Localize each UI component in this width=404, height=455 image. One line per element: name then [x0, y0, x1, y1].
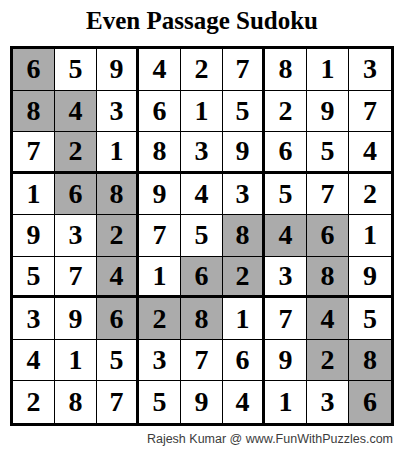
- cell-r7c4[interactable]: 2: [139, 298, 181, 340]
- cell-r8c5[interactable]: 7: [181, 340, 223, 382]
- cell-r5c5[interactable]: 5: [181, 215, 223, 257]
- cell-r2c6[interactable]: 5: [223, 91, 265, 133]
- cell-r7c7[interactable]: 7: [265, 298, 307, 340]
- cell-r8c1[interactable]: 4: [13, 340, 55, 382]
- cell-r1c3[interactable]: 9: [97, 49, 139, 91]
- cell-r4c2[interactable]: 6: [55, 174, 97, 216]
- cell-r4c5[interactable]: 4: [181, 174, 223, 216]
- cell-r2c3[interactable]: 3: [97, 91, 139, 133]
- cell-r6c2[interactable]: 7: [55, 257, 97, 299]
- cell-r1c8[interactable]: 1: [307, 49, 349, 91]
- cell-r7c8[interactable]: 4: [307, 298, 349, 340]
- cell-r5c6[interactable]: 8: [223, 215, 265, 257]
- cell-r4c4[interactable]: 9: [139, 174, 181, 216]
- cell-r7c1[interactable]: 3: [13, 298, 55, 340]
- cell-r2c1[interactable]: 8: [13, 91, 55, 133]
- cell-r2c2[interactable]: 4: [55, 91, 97, 133]
- cell-r1c9[interactable]: 3: [349, 49, 391, 91]
- cell-r7c3[interactable]: 6: [97, 298, 139, 340]
- puzzle-title: Even Passage Sudoku: [0, 4, 404, 38]
- cell-r4c1[interactable]: 1: [13, 174, 55, 216]
- cell-r7c5[interactable]: 8: [181, 298, 223, 340]
- cell-r3c9[interactable]: 4: [349, 132, 391, 174]
- cell-r1c1[interactable]: 6: [13, 49, 55, 91]
- cell-r5c9[interactable]: 1: [349, 215, 391, 257]
- cell-r6c9[interactable]: 9: [349, 257, 391, 299]
- cell-r7c9[interactable]: 5: [349, 298, 391, 340]
- cell-r1c6[interactable]: 7: [223, 49, 265, 91]
- cell-r4c6[interactable]: 3: [223, 174, 265, 216]
- cell-r6c1[interactable]: 5: [13, 257, 55, 299]
- cell-r3c8[interactable]: 5: [307, 132, 349, 174]
- cell-r4c7[interactable]: 5: [265, 174, 307, 216]
- cell-r9c4[interactable]: 5: [139, 381, 181, 423]
- cell-r1c5[interactable]: 2: [181, 49, 223, 91]
- cell-r2c8[interactable]: 9: [307, 91, 349, 133]
- cell-r2c9[interactable]: 7: [349, 91, 391, 133]
- cell-r7c6[interactable]: 1: [223, 298, 265, 340]
- cell-r1c2[interactable]: 5: [55, 49, 97, 91]
- cell-r1c4[interactable]: 4: [139, 49, 181, 91]
- cell-r9c6[interactable]: 4: [223, 381, 265, 423]
- cell-r6c7[interactable]: 3: [265, 257, 307, 299]
- cell-r5c8[interactable]: 6: [307, 215, 349, 257]
- cell-r8c4[interactable]: 3: [139, 340, 181, 382]
- cell-r9c3[interactable]: 7: [97, 381, 139, 423]
- cell-r2c7[interactable]: 2: [265, 91, 307, 133]
- cell-r8c7[interactable]: 9: [265, 340, 307, 382]
- credit-text: Rajesh Kumar @ www.FunWithPuzzles.com: [147, 432, 393, 446]
- cell-r9c2[interactable]: 8: [55, 381, 97, 423]
- cell-r5c3[interactable]: 2: [97, 215, 139, 257]
- page: Even Passage Sudoku 65942781384361529772…: [0, 0, 404, 455]
- cell-r9c9[interactable]: 6: [349, 381, 391, 423]
- cell-r3c6[interactable]: 9: [223, 132, 265, 174]
- cell-r6c8[interactable]: 8: [307, 257, 349, 299]
- cell-r3c2[interactable]: 2: [55, 132, 97, 174]
- cell-r3c7[interactable]: 6: [265, 132, 307, 174]
- cell-r3c4[interactable]: 8: [139, 132, 181, 174]
- cell-r5c7[interactable]: 4: [265, 215, 307, 257]
- cell-r5c1[interactable]: 9: [13, 215, 55, 257]
- cell-r5c4[interactable]: 7: [139, 215, 181, 257]
- cell-r3c3[interactable]: 1: [97, 132, 139, 174]
- cell-r1c7[interactable]: 8: [265, 49, 307, 91]
- cell-r9c8[interactable]: 3: [307, 381, 349, 423]
- cell-r9c7[interactable]: 1: [265, 381, 307, 423]
- cell-r9c1[interactable]: 2: [13, 381, 55, 423]
- cell-r2c4[interactable]: 6: [139, 91, 181, 133]
- cell-r6c6[interactable]: 2: [223, 257, 265, 299]
- cell-r3c5[interactable]: 3: [181, 132, 223, 174]
- cell-r2c5[interactable]: 1: [181, 91, 223, 133]
- cell-r8c9[interactable]: 8: [349, 340, 391, 382]
- cell-r6c4[interactable]: 1: [139, 257, 181, 299]
- cell-r3c1[interactable]: 7: [13, 132, 55, 174]
- cell-r8c8[interactable]: 2: [307, 340, 349, 382]
- cell-r7c2[interactable]: 9: [55, 298, 97, 340]
- cell-r8c2[interactable]: 1: [55, 340, 97, 382]
- cell-r4c9[interactable]: 2: [349, 174, 391, 216]
- cell-r6c3[interactable]: 4: [97, 257, 139, 299]
- sudoku-grid: 6594278138436152977218396541689435729327…: [10, 46, 394, 426]
- cell-r4c8[interactable]: 7: [307, 174, 349, 216]
- cell-r5c2[interactable]: 3: [55, 215, 97, 257]
- cell-r6c5[interactable]: 6: [181, 257, 223, 299]
- cell-r8c3[interactable]: 5: [97, 340, 139, 382]
- cell-r4c3[interactable]: 8: [97, 174, 139, 216]
- cell-r9c5[interactable]: 9: [181, 381, 223, 423]
- cell-r8c6[interactable]: 6: [223, 340, 265, 382]
